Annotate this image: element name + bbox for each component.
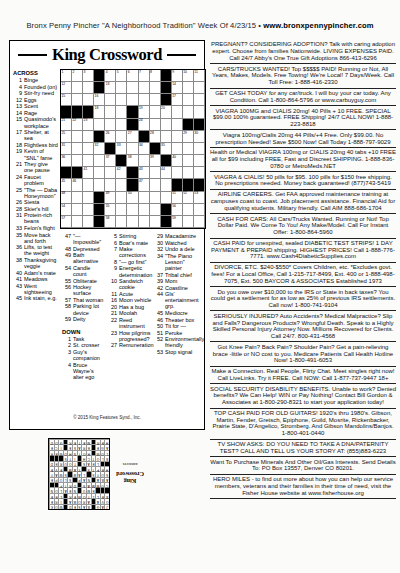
- crossword-cell[interactable]: [139, 204, 150, 216]
- crossword-cell[interactable]: 29: [183, 131, 194, 143]
- solution-letter-cell: R: [67, 439, 72, 444]
- cell-number: 39: [150, 155, 154, 159]
- across-clue-19: 19Kevin of "SNL" fame: [13, 148, 58, 160]
- crossword-cell[interactable]: [139, 216, 150, 228]
- crossword-cell[interactable]: [83, 143, 94, 155]
- crossword-cell[interactable]: 20: [161, 106, 172, 118]
- solution-letter-cell: N: [72, 487, 77, 492]
- clue-text: Moon vehicle: [119, 297, 152, 303]
- crossword-cell[interactable]: [105, 179, 116, 191]
- clue-number: 24: [13, 174, 24, 186]
- crossword-cell[interactable]: [72, 94, 83, 106]
- crossword-cell[interactable]: [139, 155, 150, 167]
- crossword-cell[interactable]: [150, 167, 161, 179]
- down-clue-42: 42Coastline: [154, 285, 202, 291]
- crossword-cell[interactable]: 39: [150, 155, 161, 167]
- clue-number: 52: [154, 336, 165, 348]
- crossword-cell[interactable]: 2: [72, 70, 83, 82]
- solution-letter-cell: H: [104, 466, 109, 471]
- clue-text: Task: [73, 336, 105, 342]
- cell-number: 44: [161, 167, 165, 171]
- clue-number: 28: [13, 206, 24, 212]
- crossword-cell[interactable]: 49: [105, 192, 116, 204]
- crossword-cell[interactable]: 48: [61, 192, 72, 204]
- black-cell: [161, 155, 172, 167]
- solution-letter-cell: E: [81, 439, 86, 444]
- clues-column-3: 5Stirring6Boar's mate7Make corrections8"…: [108, 233, 152, 415]
- solution-letter-cell: H: [86, 450, 91, 455]
- black-cell: [127, 119, 138, 131]
- crossword-cell[interactable]: 9: [172, 70, 183, 82]
- crossword-cell[interactable]: [194, 216, 205, 228]
- crossword-cell[interactable]: [183, 216, 194, 228]
- crossword-cell[interactable]: [127, 216, 138, 228]
- crossword-cell[interactable]: [83, 82, 94, 94]
- clue-number: 27: [108, 342, 119, 348]
- crossword-cell[interactable]: [172, 106, 183, 118]
- crossword-cell[interactable]: 46: [72, 179, 83, 191]
- crossword-cell[interactable]: [127, 143, 138, 155]
- crossword-cell[interactable]: [72, 143, 83, 155]
- clue-number: 37: [154, 272, 165, 278]
- crossword-cell[interactable]: 51: [172, 192, 183, 204]
- crossword-cell[interactable]: [172, 143, 183, 155]
- crossword-cell[interactable]: [194, 167, 205, 179]
- classified-ads-column: PREGNANT? CONSIDERING ADOPTION? Talk wit…: [210, 40, 396, 499]
- crossword-cell[interactable]: 17: [172, 94, 183, 106]
- solution-letter-cell: S: [104, 471, 109, 476]
- crossword-cell[interactable]: [116, 192, 127, 204]
- crossword-cell[interactable]: [105, 106, 116, 118]
- solution-letter-cell: P: [58, 482, 63, 487]
- crossword-cell[interactable]: 26: [105, 131, 116, 143]
- solution-letter-cell: O: [100, 471, 105, 476]
- solution-letter-cell: D: [72, 482, 77, 487]
- crossword-cell[interactable]: 18: [94, 106, 105, 118]
- crossword-cell[interactable]: 35: [161, 143, 172, 155]
- across-clue-48: 48Depressed: [62, 246, 105, 252]
- crossword-cell[interactable]: [183, 106, 194, 118]
- crossword-cell[interactable]: 10: [183, 70, 194, 82]
- classified-ad-17: TOP CASH PAID FOR OLD GUITARS! 1920's th…: [210, 409, 396, 440]
- solution-letter-cell: E: [49, 444, 54, 449]
- crossword-title-text: King Crossword: [47, 45, 167, 66]
- clue-text: Undo a dele: [165, 246, 202, 252]
- crossword-cell[interactable]: 15: [61, 94, 72, 106]
- crossword-cell[interactable]: [161, 179, 172, 191]
- crossword-cell[interactable]: [150, 179, 161, 191]
- crossword-cell[interactable]: [72, 131, 83, 143]
- crossword-cell[interactable]: 24: [139, 119, 150, 131]
- crossword-cell[interactable]: 54: [61, 204, 72, 216]
- solution-mini-grid: JAGBASEDWOKOVAAROMAIREBELLTOWERLEEEMUNEA…: [48, 438, 110, 510]
- cell-number: 8: [150, 70, 152, 74]
- solution-black-cell: [86, 471, 91, 476]
- solution-letter-cell: M: [95, 482, 100, 487]
- clue-number: 8: [108, 259, 119, 265]
- solution-letter-cell: E: [86, 444, 91, 449]
- clue-number: 22: [108, 317, 119, 329]
- crossword-cell[interactable]: [194, 155, 205, 167]
- clue-number: 47: [62, 233, 73, 245]
- crossword-feature-box: King Crossword ACROSS 1Binge4Founded (on…: [9, 40, 205, 430]
- crossword-cell[interactable]: 55: [105, 204, 116, 216]
- crossword-cell[interactable]: [116, 82, 127, 94]
- solution-letter-cell: S: [72, 450, 77, 455]
- crossword-cell[interactable]: 11: [194, 70, 205, 82]
- crossword-cell[interactable]: [83, 131, 94, 143]
- solution-letter-cell: R: [54, 498, 59, 503]
- solution-letter-cell: E: [49, 493, 54, 498]
- solution-black-cell: [58, 455, 63, 460]
- crossword-cell[interactable]: [116, 179, 127, 191]
- crossword-cell[interactable]: [72, 192, 83, 204]
- solution-letter-cell: S: [63, 471, 68, 476]
- black-cell: [183, 119, 194, 131]
- clue-text: Rage: [24, 110, 58, 116]
- clue-number: 20: [108, 304, 119, 310]
- crossword-cell[interactable]: [183, 94, 194, 106]
- crossword-cell[interactable]: 4: [105, 70, 116, 82]
- crossword-cell[interactable]: [183, 82, 194, 94]
- cell-number: 5: [117, 70, 119, 74]
- solution-letter-cell: R: [81, 498, 86, 503]
- crossword-cell[interactable]: 13: [105, 82, 116, 94]
- cell-number: 43: [139, 167, 143, 171]
- crossword-cell[interactable]: 58: [105, 216, 116, 228]
- crossword-cell[interactable]: [105, 167, 116, 179]
- crossword-cell[interactable]: 12: [61, 82, 72, 94]
- solution-letter-cell: T: [91, 466, 96, 471]
- cell-number: 20: [161, 106, 165, 110]
- crossword-cell[interactable]: [94, 179, 105, 191]
- solution-letter-cell: W: [58, 504, 63, 509]
- crossword-cell[interactable]: [116, 119, 127, 131]
- solution-letter-cell: A: [81, 504, 86, 509]
- solution-letter-cell: O: [104, 498, 109, 503]
- clue-text: Boar's mate: [119, 240, 152, 246]
- clue-text: Candle count: [73, 265, 105, 277]
- crossword-cell[interactable]: [150, 82, 161, 94]
- solution-letter-cell: S: [81, 482, 86, 487]
- crossword-cell[interactable]: [194, 204, 205, 216]
- crossword-cell[interactable]: [116, 131, 127, 143]
- across-clue-18: 18Flightless bird: [13, 142, 58, 148]
- clue-number: 30: [154, 240, 165, 246]
- solution-letter-cell: L: [95, 461, 100, 466]
- solution-letter-cell: L: [81, 471, 86, 476]
- down-clues-list-2: 5Stirring6Boar's mate7Make corrections8"…: [108, 233, 152, 349]
- across-clue-14: 14Rage: [13, 110, 58, 116]
- crossword-cell[interactable]: 14: [172, 82, 183, 94]
- crossword-cell[interactable]: 56: [172, 204, 183, 216]
- crossword-cell[interactable]: [194, 143, 205, 155]
- crossword-cell[interactable]: [116, 106, 127, 118]
- solution-black-cell: [54, 455, 59, 460]
- across-clue-26: 26Siesta: [13, 199, 58, 205]
- classified-ad-3: GET CASH TODAY for any car/truck. I will…: [210, 89, 396, 107]
- solution-letter-cell: G: [95, 504, 100, 509]
- crossword-cell[interactable]: [127, 82, 138, 94]
- solution-letter-cell: B: [100, 477, 105, 482]
- solution-letter-cell: S: [72, 444, 77, 449]
- crossword-cell[interactable]: 19: [139, 106, 150, 118]
- crossword-cell[interactable]: [150, 192, 161, 204]
- crossword-cell[interactable]: 6: [127, 70, 138, 82]
- crossword-cell[interactable]: [94, 155, 105, 167]
- solution-letter-cell: E: [54, 493, 59, 498]
- clue-text: Protein-rich beans: [24, 212, 58, 224]
- crossword-cell[interactable]: [161, 192, 172, 204]
- solution-letter-cell: E: [72, 493, 77, 498]
- crossword-cell[interactable]: [83, 179, 94, 191]
- crossword-cell[interactable]: 40: [172, 155, 183, 167]
- crossword-cell[interactable]: [194, 82, 205, 94]
- crossword-cell[interactable]: 33: [116, 143, 127, 155]
- clue-number: 43: [13, 283, 24, 295]
- crossword-cell[interactable]: 44: [161, 167, 172, 179]
- crossword-cell[interactable]: [116, 216, 127, 228]
- clue-number: 48: [62, 246, 73, 252]
- crossword-cell[interactable]: 23: [83, 119, 94, 131]
- solution-letter-cell: G: [58, 439, 63, 444]
- crossword-cell[interactable]: [150, 216, 161, 228]
- cell-number: 35: [161, 143, 165, 147]
- solution-letter-cell: R: [67, 493, 72, 498]
- crossword-cell[interactable]: [150, 119, 161, 131]
- crossword-cell[interactable]: [105, 119, 116, 131]
- clue-number: 25: [13, 187, 24, 199]
- crossword-cell[interactable]: [172, 167, 183, 179]
- clue-text: Moolah: [119, 310, 152, 316]
- clue-text: Obliterate: [73, 278, 105, 284]
- answers-caption-title: King Crossword: [110, 471, 150, 485]
- solution-letter-cell: M: [86, 487, 91, 492]
- crossword-cell[interactable]: [150, 204, 161, 216]
- clue-text: Mediocre: [165, 310, 202, 316]
- crossword-cell[interactable]: [83, 155, 94, 167]
- crossword-cell[interactable]: [150, 94, 161, 106]
- solution-letter-cell: E: [49, 477, 54, 482]
- black-cell: [127, 106, 138, 118]
- black-cell: [161, 216, 172, 228]
- crossword-cell[interactable]: [194, 106, 205, 118]
- crossword-cell[interactable]: 1: [61, 70, 72, 82]
- classified-ad-14: Got Knee Pain? Back Pain? Shoulder Pain?…: [210, 342, 396, 366]
- crossword-cell[interactable]: [127, 94, 138, 106]
- clue-text: Eggs: [24, 97, 58, 103]
- crossword-cell[interactable]: 16: [94, 94, 105, 106]
- answers-caption-sub: answers: [110, 462, 150, 469]
- clue-text: "The Piano Lesson" painter: [165, 253, 202, 271]
- crossword-cell[interactable]: 43: [139, 167, 150, 179]
- solution-letter-cell: A: [104, 477, 109, 482]
- crossword-cell[interactable]: [183, 204, 194, 216]
- across-clue-57: 57That woman: [62, 297, 105, 303]
- clue-number: 54: [62, 265, 73, 277]
- down-clue-21: 21Moolah: [108, 310, 152, 316]
- crossword-cell[interactable]: 41: [83, 167, 94, 179]
- clue-number: 56: [62, 284, 73, 296]
- clue-number: 58: [62, 303, 73, 315]
- solution-letter-cell: R: [81, 444, 86, 449]
- crossword-cell[interactable]: 3: [83, 70, 94, 82]
- crossword-cell[interactable]: [94, 167, 105, 179]
- clue-text: Skier's hill: [24, 206, 58, 212]
- crossword-cell[interactable]: 27: [127, 131, 138, 143]
- crossword-cell[interactable]: 32: [94, 143, 105, 155]
- crossword-cell[interactable]: 57: [61, 216, 72, 228]
- solution-letter-cell: M: [86, 439, 91, 444]
- crossword-cell[interactable]: [83, 192, 94, 204]
- solution-letter-cell: T: [86, 493, 91, 498]
- crossword-cell[interactable]: [83, 204, 94, 216]
- crossword-cell[interactable]: 34: [139, 143, 150, 155]
- solution-letter-cell: O: [81, 493, 86, 498]
- crossword-cell[interactable]: 31: [61, 143, 72, 155]
- clue-text: Went sightseeing: [24, 283, 58, 295]
- crossword-cell[interactable]: [72, 155, 83, 167]
- crossword-cell[interactable]: [172, 119, 183, 131]
- solution-letter-cell: Y: [77, 466, 82, 471]
- clue-number: 9: [108, 265, 119, 277]
- crossword-cell[interactable]: [72, 82, 83, 94]
- clue-text: Lifts, to test the weight: [24, 244, 58, 256]
- crossword-cell[interactable]: [105, 94, 116, 106]
- crossword-cell[interactable]: [161, 131, 172, 143]
- black-cell: [194, 119, 205, 131]
- across-clue-28: 28Skier's hill: [13, 206, 58, 212]
- solution-letter-cell: L: [100, 455, 105, 460]
- clue-number: 3: [62, 349, 73, 361]
- solution-letter-cell: A: [81, 477, 86, 482]
- crossword-cell[interactable]: [183, 143, 194, 155]
- solution-letter-cell: E: [72, 504, 77, 509]
- clue-text: Quasimodo's workplace: [24, 116, 58, 128]
- across-clue-25: 25"The — Daba Honeymoon": [13, 187, 58, 199]
- cell-number: 31: [61, 143, 65, 147]
- solution-letter-cell: G: [100, 444, 105, 449]
- crossword-cell[interactable]: 22: [72, 119, 83, 131]
- clue-number: 31: [13, 212, 24, 224]
- classified-ad-13: SERIOUSLY INJURED? Auto Accidents? Medic…: [210, 311, 396, 342]
- clue-text: Faucet problem: [24, 174, 58, 186]
- clue-text: Binge: [24, 77, 58, 83]
- cell-number: 54: [61, 204, 65, 208]
- crossword-cell[interactable]: 50: [127, 192, 138, 204]
- cell-number: 24: [139, 118, 143, 122]
- solution-letter-cell: V: [54, 466, 59, 471]
- crossword-cell[interactable]: 7: [139, 70, 150, 82]
- clue-text: Theater box: [165, 317, 202, 323]
- solution-letter-cell: A: [95, 498, 100, 503]
- solution-black-cell: [91, 504, 96, 509]
- crossword-cell[interactable]: 52: [183, 192, 194, 204]
- clue-text: Stir-fry need: [24, 90, 58, 96]
- crossword-cell[interactable]: 21: [61, 119, 72, 131]
- crossword-cell[interactable]: 47: [139, 179, 150, 191]
- cell-number: 17: [172, 94, 176, 98]
- clue-text: Environmentally friendly: [165, 336, 204, 348]
- crossword-cell[interactable]: 37: [105, 155, 116, 167]
- crossword-cell[interactable]: [139, 192, 150, 204]
- solution-letter-cell: R: [58, 461, 63, 466]
- across-clue-1: 1Binge: [13, 77, 58, 83]
- clue-number: 32: [154, 246, 165, 252]
- crossword-cell[interactable]: [161, 119, 172, 131]
- clues-column-2: 47"— Impossible"48Depressed49Bath altern…: [62, 233, 105, 415]
- crossword-cell[interactable]: 45: [61, 179, 72, 191]
- crossword-cell[interactable]: [139, 94, 150, 106]
- classified-ad-7: VIAGRA & CIALIS! 50 pills for $95. 100 p…: [210, 172, 396, 190]
- solution-letter-cell: C: [86, 455, 91, 460]
- clue-text: Energetic determination: [119, 265, 152, 277]
- crossword-cell[interactable]: 28: [150, 131, 161, 143]
- crossword-cell[interactable]: 30: [194, 131, 205, 143]
- black-cell: [161, 70, 172, 82]
- crossword-cell[interactable]: 59: [172, 216, 183, 228]
- crossword-cell[interactable]: [83, 216, 94, 228]
- crossword-cell[interactable]: [83, 94, 94, 106]
- crossword-cell[interactable]: [139, 82, 150, 94]
- clue-text: "— Impossible": [73, 233, 105, 245]
- crossword-cell[interactable]: [194, 94, 205, 106]
- crossword-cell[interactable]: [116, 204, 127, 216]
- clue-number: 9: [13, 90, 24, 96]
- cell-number: 29: [183, 131, 187, 135]
- across-clue-35: 35Move back and forth: [13, 232, 58, 244]
- solution-letter-cell: E: [95, 444, 100, 449]
- crossword-cell[interactable]: 38: [127, 155, 138, 167]
- down-clue-23: 23How pilgrims progressed?: [108, 330, 152, 342]
- crossword-cell[interactable]: [150, 106, 161, 118]
- across-header: ACROSS: [13, 70, 58, 76]
- crossword-cell[interactable]: [183, 167, 194, 179]
- down-clue-22: 22Reed instrument: [108, 317, 152, 329]
- across-clues-continued: 47"— Impossible"48Depressed49Bath altern…: [62, 233, 105, 322]
- down-clue-51: 51Peruke: [154, 330, 202, 336]
- cell-number: 28: [150, 131, 154, 135]
- crossword-cell[interactable]: [116, 94, 127, 106]
- across-clue-40: 40Adam's mate: [13, 270, 58, 276]
- crossword-cell[interactable]: 53: [194, 192, 205, 204]
- crossword-cell[interactable]: 8: [150, 70, 161, 82]
- title-rule-left: [18, 54, 47, 56]
- crossword-cell[interactable]: 5: [116, 70, 127, 82]
- solution-letter-cell: M: [72, 498, 77, 503]
- solution-letter-cell: O: [58, 477, 63, 482]
- clue-number: 21: [108, 310, 119, 316]
- crossword-cell[interactable]: [72, 216, 83, 228]
- solution-letter-cell: E: [67, 444, 72, 449]
- solution-letter-cell: O: [54, 487, 59, 492]
- solution-black-cell: [63, 493, 68, 498]
- crossword-cell[interactable]: [94, 119, 105, 131]
- black-cell: [94, 82, 105, 94]
- crossword-cell[interactable]: [72, 204, 83, 216]
- crossword-cell[interactable]: 36: [61, 155, 72, 167]
- solution-letter-cell: A: [86, 482, 91, 487]
- classified-ad-11: DIVORCE, ETC. $240-$550* Covers Children…: [210, 263, 396, 287]
- crossword-cell[interactable]: 42: [116, 167, 127, 179]
- crossword-cell[interactable]: [127, 204, 138, 216]
- crossword-cell[interactable]: 25: [61, 131, 72, 143]
- crossword-cell[interactable]: [183, 155, 194, 167]
- across-clue-47: 47"— Impossible": [62, 233, 105, 245]
- crossword-cell[interactable]: [172, 131, 183, 143]
- clue-number: 53: [154, 349, 165, 355]
- solution-letter-cell: N: [49, 487, 54, 492]
